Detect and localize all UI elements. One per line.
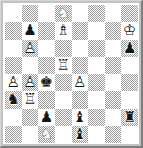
black-pawn-c2: ♟ — [38, 109, 55, 126]
square-h2[interactable]: ♜ — [121, 109, 138, 126]
square-e5[interactable] — [72, 57, 89, 74]
square-g8[interactable] — [105, 5, 122, 22]
white-pawn-b4-outline: ♙ — [22, 74, 39, 91]
square-c4[interactable]: ♚ — [38, 74, 55, 91]
white-pawn-b4: ♟♙ — [22, 74, 39, 91]
black-pawn-c2-glyph: ♟ — [38, 109, 55, 126]
square-d2[interactable] — [55, 109, 72, 126]
black-bishop-e2-glyph: ♝ — [72, 109, 89, 126]
square-a2[interactable] — [5, 109, 22, 126]
square-h5[interactable] — [121, 57, 138, 74]
white-king-h7-outline: ♔ — [121, 22, 138, 39]
black-rook-h2-glyph: ♜ — [121, 109, 138, 126]
square-d6[interactable] — [55, 40, 72, 57]
square-b2[interactable] — [22, 109, 39, 126]
white-rook-b3: ♜♖ — [22, 91, 39, 108]
white-pawn-b6: ♟♙ — [22, 40, 39, 57]
square-g6[interactable] — [105, 40, 122, 57]
black-king-c4: ♚ — [38, 74, 55, 91]
black-pawn-b7: ♟ — [22, 22, 39, 39]
black-pawn-b7-glyph: ♟ — [22, 22, 39, 39]
square-g4[interactable] — [105, 74, 122, 91]
square-c1[interactable]: ♞♘ — [38, 126, 55, 143]
black-pawn-h6-glyph: ♟ — [121, 40, 138, 57]
square-f6[interactable] — [88, 40, 105, 57]
square-h3[interactable] — [121, 91, 138, 108]
chess-board: ♞♘♟♝♗♚♔♟♙♟♜♖♟♙♟♙♚♟♙♞♜♖♟♝♜♞♘♝ — [5, 5, 138, 143]
black-pawn-h6: ♟ — [121, 40, 138, 57]
square-g7[interactable] — [105, 22, 122, 39]
square-e2[interactable]: ♝ — [72, 109, 89, 126]
square-h7[interactable]: ♚♔ — [121, 22, 138, 39]
square-a1[interactable] — [5, 126, 22, 143]
white-knight-d8: ♞♘ — [55, 5, 72, 22]
square-f5[interactable] — [88, 57, 105, 74]
black-bishop-e1-glyph: ♝ — [72, 126, 89, 143]
white-pawn-a4-outline: ♙ — [5, 74, 22, 91]
black-knight-a3-glyph: ♞ — [5, 91, 22, 108]
black-king-c4-glyph: ♚ — [38, 74, 55, 91]
square-g5[interactable] — [105, 57, 122, 74]
square-f2[interactable] — [88, 109, 105, 126]
square-a7[interactable] — [5, 22, 22, 39]
square-c3[interactable] — [38, 91, 55, 108]
square-c7[interactable] — [38, 22, 55, 39]
square-e4[interactable]: ♟♙ — [72, 74, 89, 91]
white-bishop-d7-outline: ♗ — [55, 22, 72, 39]
square-a8[interactable] — [5, 5, 22, 22]
square-g1[interactable] — [105, 126, 122, 143]
white-bishop-d7: ♝♗ — [55, 22, 72, 39]
white-knight-c1: ♞♘ — [38, 126, 55, 143]
square-f3[interactable] — [88, 91, 105, 108]
chess-diagram-frame: ♞♘♟♝♗♚♔♟♙♟♜♖♟♙♟♙♚♟♙♞♜♖♟♝♜♞♘♝ — [0, 0, 143, 148]
square-g3[interactable] — [105, 91, 122, 108]
square-b3[interactable]: ♜♖ — [22, 91, 39, 108]
square-a4[interactable]: ♟♙ — [5, 74, 22, 91]
white-pawn-a4: ♟♙ — [5, 74, 22, 91]
white-rook-d5-outline: ♖ — [55, 57, 72, 74]
square-f1[interactable] — [88, 126, 105, 143]
square-e1[interactable]: ♝ — [72, 126, 89, 143]
square-a6[interactable] — [5, 40, 22, 57]
square-a5[interactable] — [5, 57, 22, 74]
square-h8[interactable] — [121, 5, 138, 22]
board-inner-margin: ♞♘♟♝♗♚♔♟♙♟♜♖♟♙♟♙♚♟♙♞♜♖♟♝♜♞♘♝ — [3, 3, 139, 144]
white-king-h7: ♚♔ — [121, 22, 138, 39]
square-a3[interactable]: ♞ — [5, 91, 22, 108]
square-e3[interactable] — [72, 91, 89, 108]
white-pawn-e4: ♟♙ — [72, 74, 89, 91]
white-rook-d5: ♜♖ — [55, 57, 72, 74]
square-f4[interactable] — [88, 74, 105, 91]
square-b6[interactable]: ♟♙ — [22, 40, 39, 57]
square-d1[interactable] — [55, 126, 72, 143]
square-g2[interactable] — [105, 109, 122, 126]
square-d7[interactable]: ♝♗ — [55, 22, 72, 39]
square-e7[interactable] — [72, 22, 89, 39]
square-e8[interactable] — [72, 5, 89, 22]
white-knight-c1-outline: ♘ — [38, 126, 55, 143]
square-b7[interactable]: ♟ — [22, 22, 39, 39]
square-h6[interactable]: ♟ — [121, 40, 138, 57]
white-pawn-b6-outline: ♙ — [22, 40, 39, 57]
white-knight-d8-outline: ♘ — [55, 5, 72, 22]
square-d8[interactable]: ♞♘ — [55, 5, 72, 22]
square-b1[interactable] — [22, 126, 39, 143]
square-b8[interactable] — [22, 5, 39, 22]
square-c6[interactable] — [38, 40, 55, 57]
black-knight-a3: ♞ — [5, 91, 22, 108]
square-h4[interactable] — [121, 74, 138, 91]
black-bishop-e1: ♝ — [72, 126, 89, 143]
black-bishop-e2: ♝ — [72, 109, 89, 126]
square-f7[interactable] — [88, 22, 105, 39]
black-rook-h2: ♜ — [121, 109, 138, 126]
square-c8[interactable] — [38, 5, 55, 22]
square-d5[interactable]: ♜♖ — [55, 57, 72, 74]
square-h1[interactable] — [121, 126, 138, 143]
square-c2[interactable]: ♟ — [38, 109, 55, 126]
square-b5[interactable] — [22, 57, 39, 74]
square-f8[interactable] — [88, 5, 105, 22]
square-d3[interactable] — [55, 91, 72, 108]
white-rook-b3-outline: ♖ — [22, 91, 39, 108]
square-c5[interactable] — [38, 57, 55, 74]
square-e6[interactable] — [72, 40, 89, 57]
white-pawn-e4-outline: ♙ — [72, 74, 89, 91]
square-b4[interactable]: ♟♙ — [22, 74, 39, 91]
square-d4[interactable] — [55, 74, 72, 91]
